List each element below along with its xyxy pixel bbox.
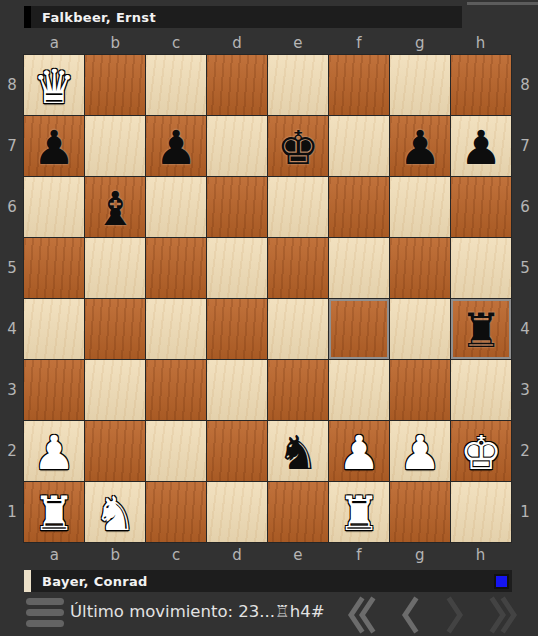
- player-name-top: Falkbeer, Ernst: [42, 10, 156, 25]
- nav-next-button[interactable]: [439, 596, 473, 634]
- rank-label-4: 4: [512, 299, 538, 360]
- file-label-b: b: [85, 34, 146, 52]
- square-d7[interactable]: [207, 116, 267, 176]
- file-label-e: e: [268, 546, 329, 564]
- square-f4[interactable]: [329, 299, 389, 359]
- square-d3[interactable]: [207, 360, 267, 420]
- square-b5[interactable]: [85, 238, 145, 298]
- piece-white-P-g2: ♟: [399, 429, 441, 476]
- square-c3[interactable]: [146, 360, 206, 420]
- square-f5[interactable]: [329, 238, 389, 298]
- square-a3[interactable]: [24, 360, 84, 420]
- left-chevron-icon: [398, 596, 420, 634]
- square-h7[interactable]: ♟: [451, 116, 511, 176]
- rank-label-8: 8: [0, 55, 24, 116]
- square-f1[interactable]: ♜: [329, 482, 389, 542]
- square-g1[interactable]: [390, 482, 450, 542]
- square-a7[interactable]: ♟: [24, 116, 84, 176]
- square-h5[interactable]: [451, 238, 511, 298]
- rank-label-3: 3: [512, 359, 538, 420]
- rank-label-5: 5: [0, 238, 24, 299]
- double-left-chevron-icon: [347, 596, 377, 634]
- square-d5[interactable]: [207, 238, 267, 298]
- file-label-d: d: [207, 34, 268, 52]
- square-g7[interactable]: ♟: [390, 116, 450, 176]
- piece-white-P-f2: ♟: [338, 429, 380, 476]
- file-label-f: f: [328, 546, 389, 564]
- square-d6[interactable]: [207, 177, 267, 237]
- square-h1[interactable]: [451, 482, 511, 542]
- file-label-g: g: [389, 34, 450, 52]
- square-e5[interactable]: [268, 238, 328, 298]
- square-c4[interactable]: [146, 299, 206, 359]
- piece-white-P-a2: ♟: [33, 429, 75, 476]
- square-d4[interactable]: [207, 299, 267, 359]
- square-g8[interactable]: [390, 55, 450, 115]
- square-f3[interactable]: [329, 360, 389, 420]
- square-e2[interactable]: ♞: [268, 421, 328, 481]
- piece-black-P-h7: ♟: [460, 124, 502, 171]
- file-label-e: e: [268, 34, 329, 52]
- square-h8[interactable]: [451, 55, 511, 115]
- piece-black-K-e7: ♚: [277, 124, 319, 171]
- square-d8[interactable]: [207, 55, 267, 115]
- black-player-color-swatch: [24, 6, 31, 28]
- square-f2[interactable]: ♟: [329, 421, 389, 481]
- square-a6[interactable]: [24, 177, 84, 237]
- rank-label-1: 1: [0, 481, 24, 542]
- piece-black-P-c7: ♟: [155, 124, 197, 171]
- square-f8[interactable]: [329, 55, 389, 115]
- nav-previous-button[interactable]: [392, 596, 426, 634]
- square-e1[interactable]: [268, 482, 328, 542]
- rank-label-3: 3: [0, 359, 24, 420]
- square-b2[interactable]: [85, 421, 145, 481]
- player-bar-top: Falkbeer, Ernst: [24, 6, 462, 28]
- square-c8[interactable]: [146, 55, 206, 115]
- square-g6[interactable]: [390, 177, 450, 237]
- square-e6[interactable]: [268, 177, 328, 237]
- square-f7[interactable]: [329, 116, 389, 176]
- square-g5[interactable]: [390, 238, 450, 298]
- square-h4[interactable]: ♜: [451, 299, 511, 359]
- nav-last-button[interactable]: [486, 596, 520, 634]
- square-b4[interactable]: [85, 299, 145, 359]
- rank-labels-left: 87654321: [0, 55, 24, 542]
- square-f6[interactable]: [329, 177, 389, 237]
- square-g3[interactable]: [390, 360, 450, 420]
- square-b3[interactable]: [85, 360, 145, 420]
- square-c1[interactable]: [146, 482, 206, 542]
- square-c2[interactable]: [146, 421, 206, 481]
- square-g2[interactable]: ♟: [390, 421, 450, 481]
- chess-board[interactable]: ♛♟♟♚♟♟♝♜♟♞♟♟♚♜♞♜: [24, 55, 511, 542]
- square-e8[interactable]: [268, 55, 328, 115]
- rank-label-6: 6: [0, 177, 24, 238]
- piece-white-R-f1: ♜: [338, 490, 380, 537]
- rank-label-2: 2: [512, 420, 538, 481]
- piece-white-Q-a8: ♛: [33, 63, 75, 110]
- rank-label-4: 4: [0, 299, 24, 360]
- rank-label-6: 6: [512, 177, 538, 238]
- square-a4[interactable]: [24, 299, 84, 359]
- square-e7[interactable]: ♚: [268, 116, 328, 176]
- file-label-b: b: [85, 546, 146, 564]
- square-d2[interactable]: [207, 421, 267, 481]
- file-label-d: d: [207, 546, 268, 564]
- file-label-a: a: [24, 34, 85, 52]
- hamburger-icon: [26, 620, 64, 627]
- piece-white-N-b1: ♞: [94, 490, 136, 537]
- piece-white-R-a1: ♜: [33, 490, 75, 537]
- square-c5[interactable]: [146, 238, 206, 298]
- square-a2[interactable]: ♟: [24, 421, 84, 481]
- right-chevron-icon: [445, 596, 467, 634]
- square-e4[interactable]: [268, 299, 328, 359]
- bottom-controls: Último movimiento: 23...♖h4#: [0, 594, 538, 636]
- file-label-f: f: [328, 34, 389, 52]
- player-bar-bottom: Bayer, Conrad: [24, 570, 512, 592]
- piece-black-B-b6: ♝: [94, 185, 136, 232]
- file-label-g: g: [389, 546, 450, 564]
- square-b7[interactable]: [85, 116, 145, 176]
- square-h3[interactable]: [451, 360, 511, 420]
- piece-white-K-h2: ♚: [460, 429, 502, 476]
- file-label-c: c: [146, 34, 207, 52]
- blue-status-square: [496, 576, 507, 587]
- white-player-color-swatch: [24, 570, 31, 592]
- piece-black-P-g7: ♟: [399, 124, 441, 171]
- rank-label-5: 5: [512, 238, 538, 299]
- piece-black-P-a7: ♟: [33, 124, 75, 171]
- square-h2[interactable]: ♚: [451, 421, 511, 481]
- file-labels-bottom: abcdefgh: [24, 546, 511, 564]
- file-label-h: h: [450, 34, 511, 52]
- file-label-c: c: [146, 546, 207, 564]
- rank-label-2: 2: [0, 420, 24, 481]
- file-labels-top: abcdefgh: [24, 34, 511, 52]
- move-navigation: [345, 596, 520, 634]
- menu-button[interactable]: [26, 598, 64, 631]
- hamburger-icon: [26, 598, 64, 605]
- rank-label-8: 8: [512, 55, 538, 116]
- square-a1[interactable]: ♜: [24, 482, 84, 542]
- square-c6[interactable]: [146, 177, 206, 237]
- rank-label-7: 7: [0, 116, 24, 177]
- square-a8[interactable]: ♛: [24, 55, 84, 115]
- last-move-status: Último movimiento: 23...♖h4#: [70, 602, 325, 621]
- square-b8[interactable]: [85, 55, 145, 115]
- square-c7[interactable]: ♟: [146, 116, 206, 176]
- square-e3[interactable]: [268, 360, 328, 420]
- piece-black-R-h4: ♜: [460, 307, 502, 354]
- square-a5[interactable]: [24, 238, 84, 298]
- square-b1[interactable]: ♞: [85, 482, 145, 542]
- file-label-a: a: [24, 546, 85, 564]
- hamburger-icon: [26, 609, 64, 616]
- square-g4[interactable]: [390, 299, 450, 359]
- rank-labels-right: 87654321: [512, 55, 538, 542]
- double-right-chevron-icon: [488, 596, 518, 634]
- top-divider-line: [467, 2, 538, 5]
- rank-label-1: 1: [512, 481, 538, 542]
- square-h6[interactable]: [451, 177, 511, 237]
- player-name-bottom: Bayer, Conrad: [42, 574, 148, 589]
- square-d1[interactable]: [207, 482, 267, 542]
- square-b6[interactable]: ♝: [85, 177, 145, 237]
- file-label-h: h: [450, 546, 511, 564]
- rank-label-7: 7: [512, 116, 538, 177]
- piece-black-N-e2: ♞: [277, 429, 319, 476]
- nav-first-button[interactable]: [345, 596, 379, 634]
